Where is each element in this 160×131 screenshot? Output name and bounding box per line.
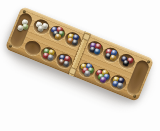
stone bbox=[16, 24, 24, 32]
photo-scene bbox=[0, 0, 160, 131]
